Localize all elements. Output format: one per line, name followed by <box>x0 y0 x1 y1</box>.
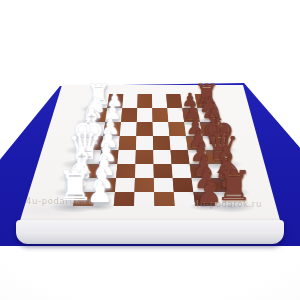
white-pawn: ♟ <box>85 178 115 207</box>
board-front-edge <box>16 220 284 244</box>
chess-product-photo: ♜♟♟♜♞♟♟♞♝♟♟♝♚♟♟♚♛♟♟♛♝♟♟♝♞♟♟♞♜♟♟♜ 4u-poda… <box>0 0 300 300</box>
red-rook: ♜ <box>213 166 255 207</box>
